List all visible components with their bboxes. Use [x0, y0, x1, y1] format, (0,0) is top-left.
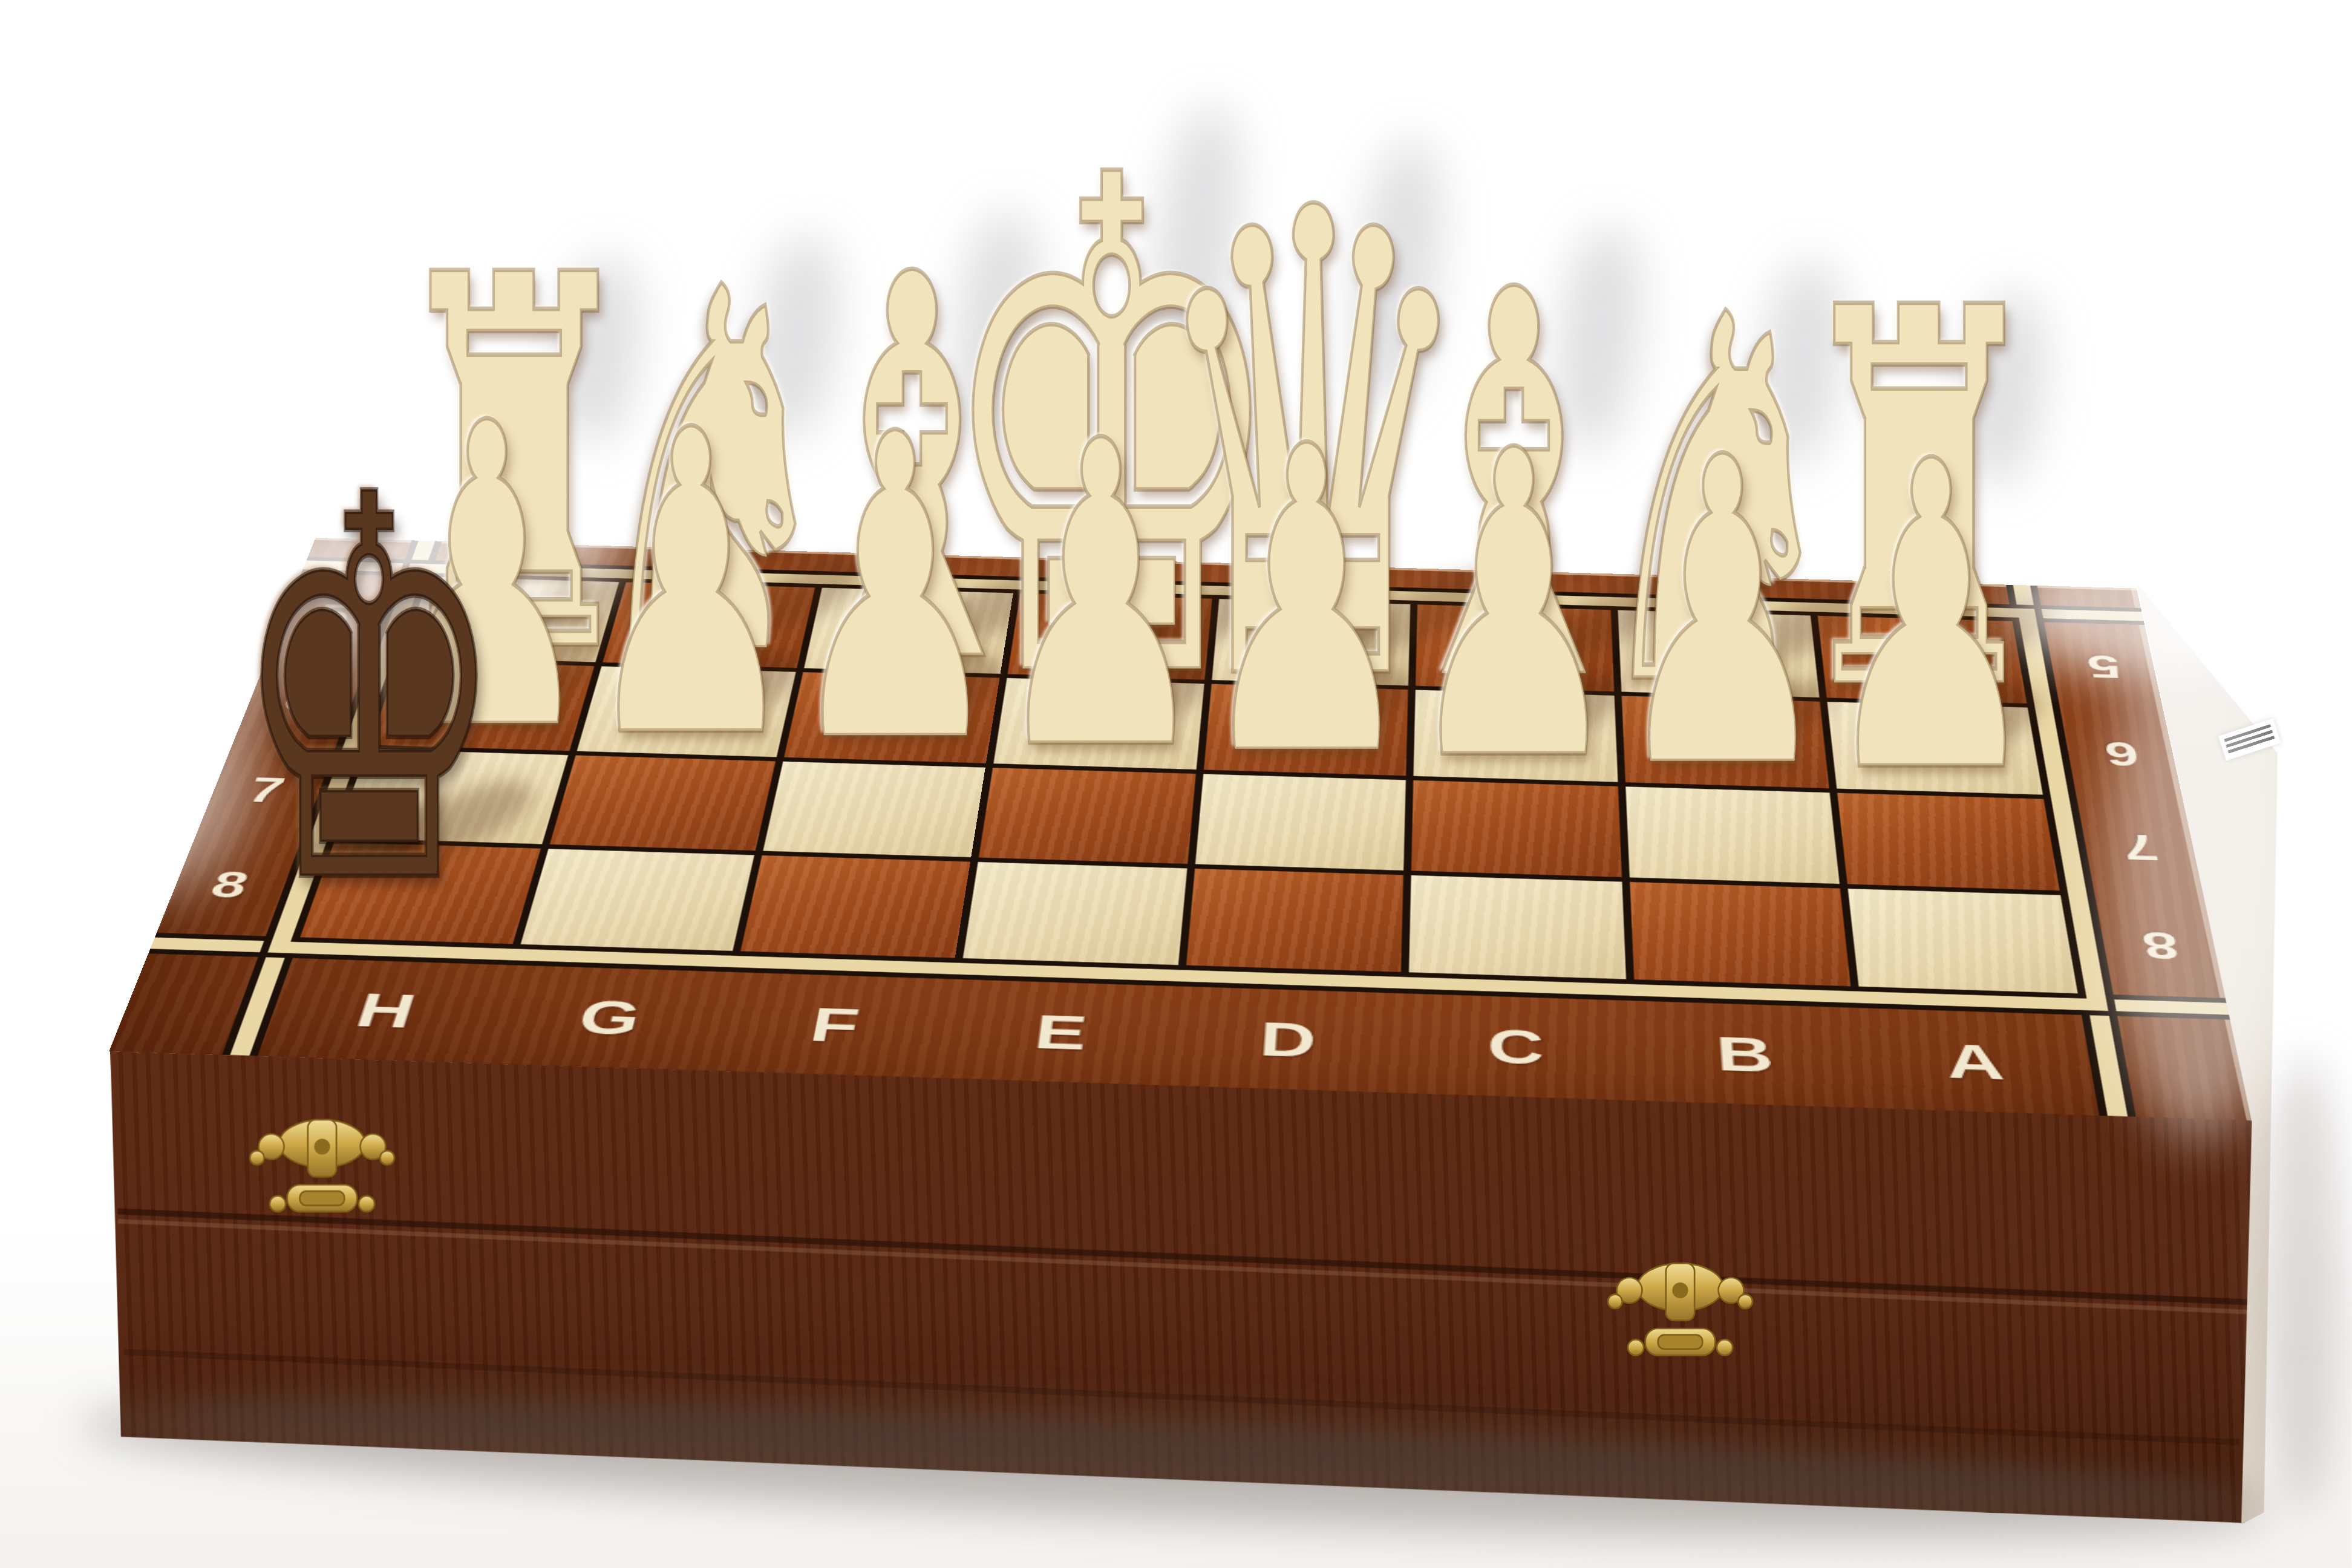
piece-white-pawn-c6: ♟: [1405, 398, 1624, 820]
square-e8: [962, 862, 1186, 965]
square-b8: [1630, 882, 1852, 986]
file-label-d: D: [1258, 1011, 1319, 1068]
square-g8: [520, 849, 755, 951]
file-label-a: A: [1942, 1033, 2008, 1090]
piece-white-pawn-f6: ♟: [786, 382, 1004, 801]
square-a8: [1849, 889, 2078, 993]
square-c8: [1409, 875, 1625, 979]
lid-seam: [118, 1209, 2252, 1305]
inlay-band: [2113, 995, 2231, 1020]
piece-white-pawn-d6: ♟: [1198, 393, 1417, 814]
file-label-c: C: [1488, 1018, 1546, 1075]
piece-white-pawn-a6: ♟: [1821, 409, 2041, 832]
square-d8: [1186, 869, 1404, 972]
inlay-band: [2041, 606, 2145, 626]
left-clasp: [242, 1109, 402, 1236]
piece-dark-king-h8: ♚: [232, 428, 507, 957]
file-label-e: E: [1031, 1004, 1092, 1060]
right-clasp: [1600, 1252, 1760, 1379]
square-f8: [741, 855, 970, 958]
lid-seam-highlight: [118, 1219, 2252, 1315]
right-side-shadow: [2262, 1059, 2344, 1512]
file-label-b: B: [1714, 1025, 1777, 1083]
piece-white-pawn-b6: ♟: [1613, 403, 1832, 826]
piece-white-pawn-e6: ♟: [991, 387, 1210, 807]
piece-white-pawn-g6: ♟: [582, 376, 800, 794]
barcode-sticker: [2218, 719, 2281, 761]
file-label-f: F: [806, 997, 865, 1053]
scene: HGFEDCBA56785678: [0, 0, 2352, 1568]
